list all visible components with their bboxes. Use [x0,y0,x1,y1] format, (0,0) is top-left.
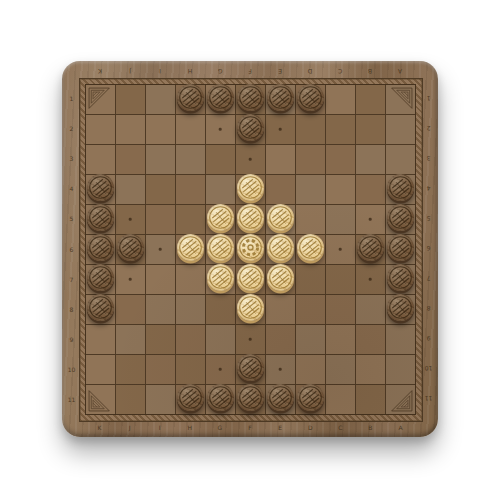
square-b9[interactable] [356,325,385,354]
square-i6[interactable] [146,235,175,264]
square-k5[interactable] [86,205,115,234]
square-a9[interactable] [386,325,415,354]
square-e8[interactable] [266,295,295,324]
row-label: 8 [423,294,434,324]
attacker-piece[interactable] [177,384,204,411]
square-i5[interactable] [146,205,175,234]
attacker-piece[interactable] [87,204,114,231]
defender-piece[interactable] [297,234,324,261]
column-label: F [235,422,265,433]
attacker-piece[interactable] [87,174,114,201]
column-label: C [325,422,355,433]
square-j1[interactable] [116,85,145,114]
square-c9[interactable] [326,325,355,354]
attacker-piece[interactable] [387,204,414,231]
defender-piece[interactable] [267,264,294,291]
attacker-piece[interactable] [117,234,144,261]
square-f1[interactable] [236,85,265,114]
square-d9[interactable] [296,325,325,354]
square-i4[interactable] [146,175,175,204]
square-f6[interactable] [236,235,265,264]
column-labels-top: KJIHGFEDCBA [85,66,416,77]
square-k3[interactable] [86,145,115,174]
square-j8[interactable] [116,295,145,324]
square-d1[interactable] [296,85,325,114]
square-k4[interactable] [86,175,115,204]
square-e1[interactable] [266,85,295,114]
square-f2[interactable] [236,115,265,144]
square-k8[interactable] [86,295,115,324]
square-c2[interactable] [326,115,355,144]
square-d11[interactable] [296,385,325,414]
row-label: 9 [423,324,434,354]
row-label: 1 [66,84,77,114]
square-j4[interactable] [116,175,145,204]
square-c5[interactable] [326,205,355,234]
square-e7[interactable] [266,265,295,294]
square-d4[interactable] [296,175,325,204]
square-a2[interactable] [386,115,415,144]
hnefatafl-board: KJIHGFEDCBA KJIHGFEDCBA 1234567891011 12… [62,61,438,437]
square-c3[interactable] [326,145,355,174]
square-c6[interactable] [326,235,355,264]
defender-piece[interactable] [207,204,234,231]
column-label: D [295,66,325,77]
square-g5[interactable] [206,205,235,234]
column-label: A [385,66,415,77]
square-h10[interactable] [176,355,205,384]
square-a6[interactable] [386,235,415,264]
row-label: 6 [66,234,77,264]
square-e9[interactable] [266,325,295,354]
defender-piece[interactable] [207,264,234,291]
square-g4[interactable] [206,175,235,204]
square-j5[interactable] [116,205,145,234]
defender-piece[interactable] [237,264,264,291]
row-label: 2 [423,114,434,144]
attacker-piece[interactable] [387,294,414,321]
square-e4[interactable] [266,175,295,204]
square-i10[interactable] [146,355,175,384]
square-f8[interactable] [236,295,265,324]
attacker-piece[interactable] [297,384,324,411]
defender-piece[interactable] [237,204,264,231]
column-label: A [385,422,415,433]
defender-piece[interactable] [267,204,294,231]
square-h8[interactable] [176,295,205,324]
row-label: 7 [66,264,77,294]
board-grid [85,84,416,415]
defender-piece[interactable] [207,234,234,261]
square-j6[interactable] [116,235,145,264]
attacker-piece[interactable] [297,84,324,111]
square-e6[interactable] [266,235,295,264]
square-c10[interactable] [326,355,355,384]
square-b6[interactable] [356,235,385,264]
square-d3[interactable] [296,145,325,174]
square-a11[interactable] [386,385,415,414]
row-labels-right: 1234567891011 [423,84,434,415]
square-i9[interactable] [146,325,175,354]
column-label: I [145,422,175,433]
square-f11[interactable] [236,385,265,414]
square-b7[interactable] [356,265,385,294]
square-f9[interactable] [236,325,265,354]
square-i2[interactable] [146,115,175,144]
square-f3[interactable] [236,145,265,174]
square-i3[interactable] [146,145,175,174]
column-label: J [115,66,145,77]
square-a8[interactable] [386,295,415,324]
attacker-piece[interactable] [387,264,414,291]
square-a3[interactable] [386,145,415,174]
square-f4[interactable] [236,175,265,204]
square-c11[interactable] [326,385,355,414]
column-label: H [175,66,205,77]
square-k9[interactable] [86,325,115,354]
square-i11[interactable] [146,385,175,414]
row-label: 4 [423,174,434,204]
square-g3[interactable] [206,145,235,174]
column-label: B [355,422,385,433]
attacker-piece[interactable] [267,84,294,111]
square-h4[interactable] [176,175,205,204]
square-g10[interactable] [206,355,235,384]
square-h3[interactable] [176,145,205,174]
square-f10[interactable] [236,355,265,384]
column-label: J [115,422,145,433]
square-e5[interactable] [266,205,295,234]
column-label: C [325,66,355,77]
column-label: G [205,422,235,433]
defender-piece[interactable] [177,234,204,261]
attacker-piece[interactable] [207,84,234,111]
row-label: 11 [66,384,77,414]
square-g1[interactable] [206,85,235,114]
attacker-piece[interactable] [177,84,204,111]
square-b4[interactable] [356,175,385,204]
square-h2[interactable] [176,115,205,144]
row-label: 9 [66,324,77,354]
square-c7[interactable] [326,265,355,294]
column-label: F [235,66,265,77]
square-g6[interactable] [206,235,235,264]
square-k7[interactable] [86,265,115,294]
square-g9[interactable] [206,325,235,354]
column-label: D [295,422,325,433]
square-e11[interactable] [266,385,295,414]
square-j11[interactable] [116,385,145,414]
square-g2[interactable] [206,115,235,144]
attacker-piece[interactable] [87,264,114,291]
column-label: E [265,422,295,433]
attacker-piece[interactable] [237,384,264,411]
row-label: 7 [423,264,434,294]
row-label: 11 [423,384,434,414]
square-e3[interactable] [266,145,295,174]
square-b11[interactable] [356,385,385,414]
row-label: 2 [66,114,77,144]
square-k1[interactable] [86,85,115,114]
column-label: I [145,66,175,77]
square-f7[interactable] [236,265,265,294]
square-h7[interactable] [176,265,205,294]
row-label: 1 [423,84,434,114]
square-b3[interactable] [356,145,385,174]
square-i7[interactable] [146,265,175,294]
defender-piece[interactable] [267,234,294,261]
row-label: 10 [423,354,434,384]
row-label: 4 [66,174,77,204]
column-label: E [265,66,295,77]
row-label: 3 [66,144,77,174]
column-label: K [85,66,115,77]
column-label: K [85,422,115,433]
column-label: H [175,422,205,433]
square-h9[interactable] [176,325,205,354]
row-label: 5 [66,204,77,234]
square-h1[interactable] [176,85,205,114]
square-b1[interactable] [356,85,385,114]
square-a5[interactable] [386,205,415,234]
square-a4[interactable] [386,175,415,204]
square-g7[interactable] [206,265,235,294]
square-b10[interactable] [356,355,385,384]
square-c8[interactable] [326,295,355,324]
attacker-piece[interactable] [237,114,264,141]
square-b2[interactable] [356,115,385,144]
defender-piece[interactable] [237,294,264,321]
attacker-piece[interactable] [207,384,234,411]
attacker-piece[interactable] [87,234,114,261]
square-j10[interactable] [116,355,145,384]
square-c1[interactable] [326,85,355,114]
square-e2[interactable] [266,115,295,144]
square-c4[interactable] [326,175,355,204]
square-a1[interactable] [386,85,415,114]
attacker-piece[interactable] [237,354,264,381]
row-labels-left: 1234567891011 [66,84,77,415]
square-d7[interactable] [296,265,325,294]
attacker-piece[interactable] [357,234,384,261]
square-k2[interactable] [86,115,115,144]
square-d8[interactable] [296,295,325,324]
square-b8[interactable] [356,295,385,324]
king-piece[interactable] [237,234,264,261]
square-k6[interactable] [86,235,115,264]
row-label: 3 [423,144,434,174]
square-h5[interactable] [176,205,205,234]
square-g11[interactable] [206,385,235,414]
square-j2[interactable] [116,115,145,144]
square-d10[interactable] [296,355,325,384]
row-label: 10 [66,354,77,384]
row-label: 8 [66,294,77,324]
column-labels-bottom: KJIHGFEDCBA [85,422,416,433]
square-a7[interactable] [386,265,415,294]
defender-piece[interactable] [237,174,264,201]
square-g8[interactable] [206,295,235,324]
square-h11[interactable] [176,385,205,414]
square-j7[interactable] [116,265,145,294]
row-label: 5 [423,204,434,234]
square-d5[interactable] [296,205,325,234]
square-a10[interactable] [386,355,415,384]
square-i8[interactable] [146,295,175,324]
attacker-piece[interactable] [237,84,264,111]
column-label: G [205,66,235,77]
square-j3[interactable] [116,145,145,174]
attacker-piece[interactable] [267,384,294,411]
square-i1[interactable] [146,85,175,114]
square-j9[interactable] [116,325,145,354]
square-h6[interactable] [176,235,205,264]
attacker-piece[interactable] [387,174,414,201]
square-k10[interactable] [86,355,115,384]
square-d2[interactable] [296,115,325,144]
attacker-piece[interactable] [87,294,114,321]
square-b5[interactable] [356,205,385,234]
square-e10[interactable] [266,355,295,384]
attacker-piece[interactable] [387,234,414,261]
square-k11[interactable] [86,385,115,414]
square-d6[interactable] [296,235,325,264]
square-f5[interactable] [236,205,265,234]
column-label: B [355,66,385,77]
row-label: 6 [423,234,434,264]
